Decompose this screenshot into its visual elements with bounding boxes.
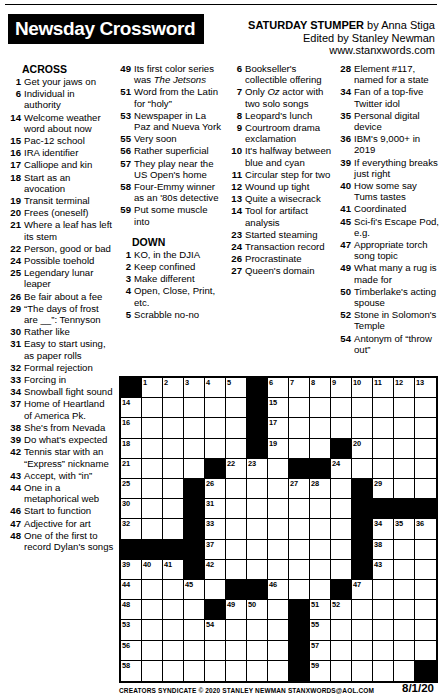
clue-number: 26 (229, 253, 245, 264)
grid-cell-r8c9[interactable] (289, 519, 310, 539)
grid-cell-black-r9c4 (184, 540, 205, 560)
clue-text: Wound up tight (245, 181, 333, 192)
grid-cell-r6c15[interactable] (415, 479, 436, 499)
grid-cell-r13c14[interactable] (394, 620, 415, 640)
grid-cell-r12c1[interactable]: 48 (121, 600, 142, 620)
clue-text: “The days of frost are __”: Tennyson (24, 303, 114, 325)
grid-cell-r9c9[interactable] (289, 540, 310, 560)
grid-cell-r6c13[interactable]: 29 (373, 479, 394, 499)
grid-cell-r11c4[interactable]: 45 (184, 580, 205, 600)
grid-cell-r4c1[interactable]: 18 (121, 439, 142, 459)
clue-text: Open, Close, Print, etc. (134, 285, 224, 307)
clue-across-15: 15Pac-12 school (8, 135, 114, 146)
clue-number: 56 (118, 145, 134, 156)
grid-cell-r2c4[interactable] (184, 398, 205, 418)
grid-cell-r12c13[interactable] (373, 600, 394, 620)
grid-cell-r1c2[interactable]: 1 (142, 378, 163, 398)
grid-cell-r7c9[interactable] (289, 499, 310, 519)
grid-cell-r14c2[interactable] (142, 641, 163, 661)
grid-cell-r12c10[interactable]: 51 (310, 600, 331, 620)
grid-cell-r15c10[interactable]: 59 (310, 661, 331, 681)
clue-number: 34 (8, 386, 24, 397)
clue-across-55: 55Very soon (118, 133, 224, 144)
grid-cell-black-r10c4 (184, 560, 205, 580)
grid-cell-r5c14[interactable] (394, 459, 415, 479)
grid-cell-black-r5c9 (289, 459, 310, 479)
grid-cell-r13c10[interactable]: 55 (310, 620, 331, 640)
clue-text: Formal rejection (24, 362, 114, 373)
clue-down-49: 49What many a rug is made for (338, 262, 439, 284)
grid-cell-r3c11[interactable] (331, 418, 352, 438)
grid-cell-r6c2[interactable] (142, 479, 163, 499)
grid-cell-r12c4[interactable] (184, 600, 205, 620)
grid-cell-r3c9[interactable] (289, 418, 310, 438)
grid-cell-r10c13[interactable]: 43 (373, 560, 394, 580)
grid-cell-r3c15[interactable] (415, 418, 436, 438)
clue-number: 15 (8, 135, 24, 146)
grid-cell-r15c13[interactable] (373, 661, 394, 681)
grid-cell-r8c10[interactable] (310, 519, 331, 539)
grid-cell-r10c3[interactable]: 41 (163, 560, 184, 580)
grid-cell-r2c8[interactable]: 15 (268, 398, 289, 418)
clue-down-13: 13Quite a wisecrack (229, 193, 333, 204)
cell-number: 26 (206, 479, 214, 488)
grid-cell-r14c5[interactable] (205, 641, 226, 661)
grid-cell-r11c14[interactable] (394, 580, 415, 600)
grid-cell-r14c1[interactable]: 56 (121, 641, 142, 661)
grid-cell-r1c14[interactable]: 12 (394, 378, 415, 398)
clue-across-43: 43Accept, with “in” (8, 470, 114, 481)
grid-cell-r8c8[interactable] (268, 519, 289, 539)
grid-cell-r3c12[interactable] (352, 418, 373, 438)
clue-down-39: 39If everything breaks just right (338, 157, 439, 179)
grid-cell-r2c6[interactable] (226, 398, 247, 418)
grid-cell-r14c12[interactable] (352, 641, 373, 661)
clue-down-52: 52Stone in Solomon's Temple (338, 309, 439, 331)
copyright-credit: CREATORS SYNDICATE © 2020 STANLEY NEWMAN… (119, 687, 374, 694)
grid-cell-r9c11[interactable] (331, 540, 352, 560)
grid-cell-r5c11[interactable]: 24 (331, 459, 352, 479)
grid-cell-r15c14[interactable] (394, 661, 415, 681)
grid-cell-r4c10[interactable] (310, 439, 331, 459)
grid-cell-r6c1[interactable]: 25 (121, 479, 142, 499)
grid-cell-r12c11[interactable]: 52 (331, 600, 352, 620)
grid-cell-r1c10[interactable]: 8 (310, 378, 331, 398)
cell-number: 1 (143, 378, 147, 387)
grid-cell-r4c3[interactable] (163, 439, 184, 459)
grid-cell-r14c14[interactable] (394, 641, 415, 661)
grid-cell-r13c15[interactable] (415, 620, 436, 640)
grid-cell-r1c8[interactable]: 6 (268, 378, 289, 398)
puzzle-author: by Anna Stiga (364, 19, 435, 31)
grid-cell-r15c7[interactable] (247, 661, 268, 681)
grid-cell-r15c3[interactable] (163, 661, 184, 681)
grid-cell-r7c11[interactable] (331, 499, 352, 519)
cell-number: 41 (164, 560, 172, 569)
grid-cell-r10c9[interactable] (289, 560, 310, 580)
grid-cell-r2c2[interactable] (142, 398, 163, 418)
grid-cell-r13c3[interactable] (163, 620, 184, 640)
clue-down-9: 9Courtroom drama exclamation (229, 122, 333, 144)
grid-cell-r9c7[interactable] (247, 540, 268, 560)
clue-text: Possible toehold (24, 255, 114, 266)
cell-number: 58 (122, 661, 130, 670)
clue-number: 55 (118, 133, 134, 144)
grid-cell-r10c1[interactable]: 39 (121, 560, 142, 580)
grid-cell-r10c11[interactable] (331, 560, 352, 580)
grid-cell-r10c10[interactable] (310, 560, 331, 580)
clue-number: 13 (229, 193, 245, 204)
grid-cell-r11c15[interactable] (415, 580, 436, 600)
grid-cell-r7c5[interactable]: 31 (205, 499, 226, 519)
grid-cell-r1c11[interactable]: 9 (331, 378, 352, 398)
clue-across-24: 24Possible toehold (8, 255, 114, 266)
grid-cell-r1c9[interactable]: 7 (289, 378, 310, 398)
grid-cell-black-r15c15 (415, 661, 436, 681)
grid-cell-r2c14[interactable] (394, 398, 415, 418)
cell-number: 19 (269, 439, 277, 448)
grid-cell-r7c6[interactable] (226, 499, 247, 519)
grid-cell-r13c7[interactable] (247, 620, 268, 640)
byline-block: SATURDAY STUMPER by Anna Stiga Edited by… (248, 19, 435, 57)
grid-cell-r11c12[interactable]: 47 (352, 580, 373, 600)
cell-number: 11 (374, 378, 382, 387)
clue-down-24: 24Transaction record (229, 241, 333, 252)
clue-column-3: 6Bookseller's collectible offering7Only … (229, 63, 333, 278)
clue-down-6: 6Bookseller's collectible offering (229, 63, 333, 85)
grid-cell-r9c14[interactable] (394, 540, 415, 560)
grid-cell-r11c3[interactable] (163, 580, 184, 600)
grid-cell-r11c13[interactable] (373, 580, 394, 600)
grid-cell-r11c1[interactable]: 44 (121, 580, 142, 600)
grid-cell-r6c14[interactable] (394, 479, 415, 499)
clue-number: 14 (229, 205, 245, 227)
grid-cell-r14c3[interactable] (163, 641, 184, 661)
grid-cell-r4c15[interactable] (415, 439, 436, 459)
grid-cell-r6c8[interactable] (268, 479, 289, 499)
grid-cell-r4c9[interactable] (289, 439, 310, 459)
grid-cell-r5c1[interactable]: 21 (121, 459, 142, 479)
cell-number: 37 (206, 540, 214, 549)
clue-across-38: 38She's from Nevada (8, 422, 114, 433)
clue-down-26: 26Procrastinate (229, 253, 333, 264)
cell-number: 28 (311, 479, 319, 488)
grid-cell-r8c1[interactable]: 32 (121, 519, 142, 539)
clue-number: 8 (229, 110, 245, 121)
grid-cell-r15c1[interactable]: 58 (121, 661, 142, 681)
grid-cell-r15c5[interactable] (205, 661, 226, 681)
grid-cell-r8c14[interactable]: 35 (394, 519, 415, 539)
cell-number: 57 (311, 641, 319, 650)
grid-cell-r3c2[interactable] (142, 418, 163, 438)
grid-cell-r14c15[interactable] (415, 641, 436, 661)
grid-cell-r6c11[interactable] (331, 479, 352, 499)
grid-cell-r12c15[interactable] (415, 600, 436, 620)
grid-cell-r7c2[interactable] (142, 499, 163, 519)
grid-cell-r10c2[interactable]: 40 (142, 560, 163, 580)
grid-cell-r5c12[interactable] (352, 459, 373, 479)
grid-cell-r11c10[interactable] (310, 580, 331, 600)
grid-cell-r9c10[interactable] (310, 540, 331, 560)
clue-text: Person, good or bad (24, 243, 114, 254)
grid-cell-r1c13[interactable]: 11 (373, 378, 394, 398)
grid-cell-r12c14[interactable] (394, 600, 415, 620)
cell-number: 25 (122, 479, 130, 488)
grid-cell-r8c13[interactable]: 34 (373, 519, 394, 539)
clue-across-46: 46Start to function (8, 505, 114, 516)
grid-cell-r9c8[interactable] (268, 540, 289, 560)
grid-cell-r15c8[interactable] (268, 661, 289, 681)
clue-number: 59 (118, 204, 134, 226)
grid-cell-r3c6[interactable] (226, 418, 247, 438)
grid-cell-r9c5[interactable]: 37 (205, 540, 226, 560)
clue-text: Frees (oneself) (24, 207, 114, 218)
grid-cell-r10c5[interactable]: 42 (205, 560, 226, 580)
clue-text: Circular step for two (245, 169, 333, 180)
grid-cell-r4c12[interactable]: 20 (352, 439, 373, 459)
grid-cell-r1c15[interactable]: 13 (415, 378, 436, 398)
grid-cell-r13c13[interactable] (373, 620, 394, 640)
top-rule (5, 4, 437, 5)
grid-cell-r14c10[interactable]: 57 (310, 641, 331, 661)
clue-number: 43 (8, 470, 24, 481)
grid-cell-r5c6[interactable]: 22 (226, 459, 247, 479)
grid-cell-r9c13[interactable]: 38 (373, 540, 394, 560)
clue-across-26: 26Be fair about a fee (8, 291, 114, 302)
cell-number: 35 (395, 519, 403, 528)
grid-cell-black-r7c4 (184, 499, 205, 519)
grid-cell-r4c8[interactable]: 19 (268, 439, 289, 459)
grid-cell-r8c7[interactable] (247, 519, 268, 539)
clue-text: Get your jaws on (24, 76, 114, 87)
grid-cell-r12c7[interactable]: 50 (247, 600, 268, 620)
grid-cell-r2c3[interactable] (163, 398, 184, 418)
grid-cell-r2c10[interactable] (310, 398, 331, 418)
clue-number: 38 (8, 422, 24, 433)
grid-cell-r15c11[interactable] (331, 661, 352, 681)
grid-cell-r11c8[interactable]: 46 (268, 580, 289, 600)
grid-cell-r10c8[interactable] (268, 560, 289, 580)
grid-cell-r14c7[interactable] (247, 641, 268, 661)
grid-cell-r9c15[interactable] (415, 540, 436, 560)
grid-cell-r6c9[interactable]: 27 (289, 479, 310, 499)
grid-cell-r1c4[interactable]: 3 (184, 378, 205, 398)
grid-cell-r4c4[interactable] (184, 439, 205, 459)
grid-cell-r9c6[interactable] (226, 540, 247, 560)
clue-text: Accept, with “in” (24, 470, 114, 481)
grid-cell-r14c6[interactable] (226, 641, 247, 661)
grid-cell-r14c4[interactable] (184, 641, 205, 661)
grid-cell-r5c15[interactable] (415, 459, 436, 479)
cell-number: 27 (290, 479, 298, 488)
clue-across-30: 30Rather like (8, 326, 114, 337)
cell-number: 22 (227, 459, 235, 468)
clue-text: Element #117, named for a state (354, 63, 439, 85)
grid-cell-r10c15[interactable] (415, 560, 436, 580)
clue-number: 1 (118, 249, 134, 260)
grid-cell-r3c1[interactable]: 16 (121, 418, 142, 438)
grid-cell-r8c6[interactable] (226, 519, 247, 539)
clue-number: 21 (8, 219, 24, 241)
clue-text: Legendary lunar leaper (24, 267, 114, 289)
puzzle-editor: Edited by Stanley Newman (248, 32, 435, 45)
clue-number: 49 (338, 262, 354, 284)
grid-cell-r10c6[interactable] (226, 560, 247, 580)
clue-number: 26 (8, 291, 24, 302)
grid-cell-r5c7[interactable]: 23 (247, 459, 268, 479)
grid-cell-r3c10[interactable] (310, 418, 331, 438)
clue-number: 1 (8, 76, 24, 87)
grid-cell-r7c1[interactable]: 30 (121, 499, 142, 519)
grid-cell-r4c13[interactable] (373, 439, 394, 459)
grid-cell-r2c12[interactable] (352, 398, 373, 418)
clue-text: IRA identifier (24, 147, 114, 158)
grid-cell-r7c7[interactable] (247, 499, 268, 519)
grid-cell-r5c13[interactable] (373, 459, 394, 479)
grid-cell-r2c15[interactable] (415, 398, 436, 418)
clue-text: Rather superficial (134, 145, 224, 156)
cell-number: 3 (185, 378, 189, 387)
clue-across-48: 48One of the first to record Dylan's son… (8, 530, 114, 552)
grid-cell-r15c2[interactable] (142, 661, 163, 681)
grid-cell-r1c3[interactable]: 2 (163, 378, 184, 398)
grid-cell-r12c12[interactable] (352, 600, 373, 620)
grid-cell-r13c8[interactable] (268, 620, 289, 640)
grid-cell-r13c11[interactable] (331, 620, 352, 640)
grid-cell-r14c11[interactable] (331, 641, 352, 661)
clue-down-47: 47Appropriate torch song topic (338, 239, 439, 261)
grid-cell-r4c5[interactable] (205, 439, 226, 459)
grid-cell-r12c8[interactable] (268, 600, 289, 620)
grid-cell-black-r4c11 (331, 439, 352, 459)
grid-cell-r4c6[interactable] (226, 439, 247, 459)
grid-cell-r13c4[interactable] (184, 620, 205, 640)
grid-cell-r14c13[interactable] (373, 641, 394, 661)
clue-text: Home of Heartland of America Pk. (24, 398, 114, 420)
clue-down-23: 23Started steaming (229, 229, 333, 240)
grid-cell-r3c5[interactable] (205, 418, 226, 438)
grid-cell-r2c1[interactable]: 14 (121, 398, 142, 418)
down-heading: DOWN (132, 236, 224, 248)
grid-cell-r5c8[interactable] (268, 459, 289, 479)
clue-down-27: 27Queen's domain (229, 265, 333, 276)
grid-cell-r15c6[interactable] (226, 661, 247, 681)
grid-cell-r12c3[interactable] (163, 600, 184, 620)
grid-cell-r3c13[interactable] (373, 418, 394, 438)
grid-cell-r2c9[interactable] (289, 398, 310, 418)
clue-down-2: 2Keep confined (118, 261, 224, 272)
grid-cell-r6c6[interactable] (226, 479, 247, 499)
clue-number: 20 (8, 207, 24, 218)
grid-cell-r7c8[interactable] (268, 499, 289, 519)
cell-number: 55 (311, 620, 319, 629)
grid-cell-r8c5[interactable]: 33 (205, 519, 226, 539)
grid-cell-r3c14[interactable] (394, 418, 415, 438)
grid-cell-r8c3[interactable] (163, 519, 184, 539)
grid-cell-r13c1[interactable]: 53 (121, 620, 142, 640)
grid-cell-r6c3[interactable] (163, 479, 184, 499)
grid-cell-black-r9c12 (352, 540, 373, 560)
clue-number: 46 (8, 505, 24, 516)
grid-cell-r1c12[interactable]: 10 (352, 378, 373, 398)
grid-cell-r3c4[interactable] (184, 418, 205, 438)
grid-cell-r15c12[interactable] (352, 661, 373, 681)
grid-cell-r3c8[interactable]: 17 (268, 418, 289, 438)
masthead-title: Newsday Crossword (15, 18, 195, 39)
cell-number: 21 (122, 459, 130, 468)
clue-number: 50 (338, 286, 354, 308)
grid-cell-r12c2[interactable] (142, 600, 163, 620)
clue-across-29: 29“The days of frost are __”: Tennyson (8, 303, 114, 325)
grid-cell-r2c11[interactable] (331, 398, 352, 418)
clue-text: Queen's domain (245, 265, 333, 276)
grid-cell-r6c7[interactable] (247, 479, 268, 499)
clue-text: IBM's 9,000+ in 2019 (354, 133, 439, 155)
clue-number: 48 (8, 530, 24, 552)
grid-cell-r10c7[interactable] (247, 560, 268, 580)
grid-cell-r12c6[interactable]: 49 (226, 600, 247, 620)
grid-cell-r7c3[interactable] (163, 499, 184, 519)
cell-number: 2 (164, 378, 168, 387)
clue-number: 33 (8, 374, 24, 385)
cell-number: 36 (416, 519, 424, 528)
clue-text: Snowball fight sound (24, 386, 114, 397)
grid-cell-r1c5[interactable]: 4 (205, 378, 226, 398)
grid-cell-r1c6[interactable]: 5 (226, 378, 247, 398)
grid-cell-r8c2[interactable] (142, 519, 163, 539)
clue-text: Appropriate torch song topic (354, 239, 439, 261)
grid-cell-r5c3[interactable] (163, 459, 184, 479)
clue-number: 9 (229, 122, 245, 144)
grid-cell-r4c2[interactable] (142, 439, 163, 459)
grid-cell-r8c15[interactable]: 36 (415, 519, 436, 539)
grid-cell-r3c3[interactable] (163, 418, 184, 438)
clue-text: Put some muscle into (134, 204, 224, 226)
clue-across-44: 44One in a metaphorical web (8, 482, 114, 504)
grid-cell-r13c2[interactable] (142, 620, 163, 640)
clue-number: 35 (338, 110, 354, 132)
grid-cell-r4c14[interactable] (394, 439, 415, 459)
grid-cell-r8c11[interactable] (331, 519, 352, 539)
grid-cell-r2c13[interactable] (373, 398, 394, 418)
grid-cell-r11c9[interactable] (289, 580, 310, 600)
clue-across-33: 33Forcing in (8, 374, 114, 385)
grid-cell-r6c10[interactable]: 28 (310, 479, 331, 499)
grid-cell-r2c5[interactable] (205, 398, 226, 418)
grid-cell-black-r7c13 (373, 499, 394, 519)
grid-cell-r11c2[interactable] (142, 580, 163, 600)
grid-cell-r6c5[interactable]: 26 (205, 479, 226, 499)
clue-text: What many a rug is made for (354, 262, 439, 284)
clue-text: Adjective for art (24, 518, 114, 529)
cell-number: 32 (122, 519, 130, 528)
grid-cell-r7c10[interactable] (310, 499, 331, 519)
grid-cell-r10c14[interactable] (394, 560, 415, 580)
grid-cell-r13c6[interactable] (226, 620, 247, 640)
grid-cell-r11c5[interactable] (205, 580, 226, 600)
grid-cell-r13c5[interactable]: 54 (205, 620, 226, 640)
grid-cell-r15c4[interactable] (184, 661, 205, 681)
clue-number: 42 (8, 446, 24, 468)
cell-number: 23 (248, 459, 256, 468)
grid-cell-r13c12[interactable] (352, 620, 373, 640)
clue-number: 22 (8, 243, 24, 254)
clue-down-11: 11Circular step for two (229, 169, 333, 180)
grid-cell-r5c2[interactable] (142, 459, 163, 479)
grid-cell-r14c8[interactable] (268, 641, 289, 661)
cell-number: 48 (122, 600, 130, 609)
grid-cell-r5c4[interactable] (184, 459, 205, 479)
